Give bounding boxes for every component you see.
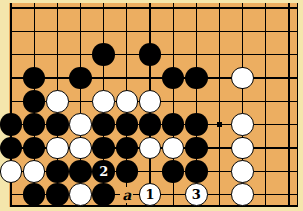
black-stone: [185, 67, 208, 90]
black-stone: [92, 43, 115, 66]
white-stone: [69, 137, 92, 160]
white-stone: [139, 90, 162, 113]
white-stone: [0, 160, 22, 183]
black-stone: [92, 113, 115, 136]
white-stone: [46, 137, 69, 160]
board-edge-line: [10, 205, 298, 207]
grid-line: [265, 3, 266, 207]
black-stone: [116, 113, 139, 136]
black-stone: [116, 160, 139, 183]
black-stone: [46, 183, 69, 206]
grid-line: [10, 77, 298, 78]
black-stone: [139, 43, 162, 66]
white-stone: [231, 160, 254, 183]
grid-line: [10, 31, 298, 32]
black-stone: [23, 90, 46, 113]
white-stone: [69, 113, 92, 136]
white-stone: [92, 90, 115, 113]
black-stone: [69, 160, 92, 183]
star-point: [217, 122, 223, 128]
white-stone: [231, 67, 254, 90]
white-stone: [116, 90, 139, 113]
white-stone-move-1: 1: [139, 183, 162, 206]
black-stone: [69, 67, 92, 90]
white-stone: [231, 183, 254, 206]
grid-line: [219, 3, 220, 207]
white-stone: [46, 90, 69, 113]
white-stone: [23, 160, 46, 183]
move-number-label: 3: [192, 188, 201, 201]
white-stone-move-3: 3: [185, 183, 208, 206]
black-stone: [185, 160, 208, 183]
black-stone: [0, 113, 22, 136]
board-edge-line: [297, 3, 299, 207]
white-stone: [69, 183, 92, 206]
white-stone: [231, 137, 254, 160]
black-stone: [185, 137, 208, 160]
grid-line: [288, 3, 289, 207]
black-stone: [185, 113, 208, 136]
move-number-label: 2: [99, 165, 108, 178]
black-stone: [139, 113, 162, 136]
go-diagram: 2a13: [0, 0, 303, 211]
black-stone-move-2: 2: [92, 160, 115, 183]
point-label-a: a: [120, 187, 133, 203]
grid-line: [10, 7, 298, 8]
black-stone: [162, 160, 185, 183]
black-stone: [92, 137, 115, 160]
black-stone: [46, 160, 69, 183]
black-stone: [92, 183, 115, 206]
white-stone: [231, 113, 254, 136]
move-number-label: 1: [145, 188, 154, 201]
black-stone: [46, 113, 69, 136]
